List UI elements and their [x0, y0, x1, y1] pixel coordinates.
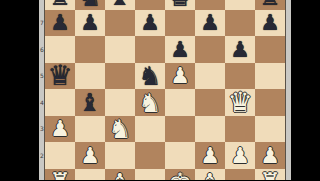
rank-label-4: 4 [39, 99, 45, 107]
square-f6[interactable] [195, 36, 225, 63]
square-e4[interactable] [165, 89, 195, 116]
square-c5[interactable] [105, 63, 135, 90]
video-frame: ♜♞♝♚♜♟♟♟♟♟♟♟♛♞♟♝♞♛♟♞♟♟♟♟♜♝♚♝♜ 765432 [0, 0, 320, 180]
black-q-icon: ♛ [47, 62, 72, 90]
white-p-a3-piece[interactable]: ♟ [45, 116, 75, 143]
square-b6[interactable] [75, 36, 105, 63]
black-p-icon: ♟ [170, 39, 190, 61]
square-d1[interactable] [135, 169, 165, 180]
white-k-icon: ♚ [168, 169, 192, 181]
black-p-e6-piece[interactable]: ♟ [165, 36, 195, 63]
square-c4[interactable] [105, 89, 135, 116]
black-p-b7-piece[interactable]: ♟ [75, 10, 105, 37]
square-g8[interactable] [225, 0, 255, 10]
square-a4[interactable] [45, 89, 75, 116]
square-g3[interactable] [225, 116, 255, 143]
white-r-a1-piece[interactable]: ♜ [45, 169, 75, 180]
rank-label-2: 2 [39, 152, 45, 160]
black-p-a7-piece[interactable]: ♟ [45, 10, 75, 37]
black-n-b8-piece[interactable]: ♞ [75, 0, 105, 10]
rank-label-6: 6 [39, 46, 45, 54]
black-n-icon: ♞ [78, 0, 101, 10]
black-p-d7-piece[interactable]: ♟ [135, 10, 165, 37]
white-p-h2-piece[interactable]: ♟ [255, 142, 285, 169]
white-b-f1-piece[interactable]: ♝ [195, 169, 225, 180]
black-k-icon: ♚ [168, 0, 192, 10]
black-n-d5-piece[interactable]: ♞ [135, 63, 165, 90]
square-f4[interactable] [195, 89, 225, 116]
white-n-d4-piece[interactable]: ♞ [135, 89, 165, 116]
black-b-c8-piece[interactable]: ♝ [105, 0, 135, 10]
rank-label-7: 7 [39, 19, 45, 27]
black-p-icon: ♟ [50, 12, 70, 34]
black-r-h8-piece[interactable]: ♜ [255, 0, 285, 10]
square-f5[interactable] [195, 63, 225, 90]
square-c6[interactable] [105, 36, 135, 63]
white-p-icon: ♟ [230, 145, 250, 167]
black-r-a8-piece[interactable]: ♜ [45, 0, 75, 10]
square-h4[interactable] [255, 89, 285, 116]
square-b1[interactable] [75, 169, 105, 180]
square-f8[interactable] [195, 0, 225, 10]
square-d2[interactable] [135, 142, 165, 169]
square-h3[interactable] [255, 116, 285, 143]
square-h5[interactable] [255, 63, 285, 90]
rank-label-5: 5 [39, 72, 45, 80]
black-n-icon: ♞ [138, 63, 161, 89]
square-d6[interactable] [135, 36, 165, 63]
square-b3[interactable] [75, 116, 105, 143]
white-q-icon: ♛ [227, 89, 252, 117]
square-d3[interactable] [135, 116, 165, 143]
white-q-g4-piece[interactable]: ♛ [225, 89, 255, 116]
white-b-c1-piece[interactable]: ♝ [105, 169, 135, 180]
white-n-icon: ♞ [138, 90, 161, 116]
black-r-icon: ♜ [259, 0, 281, 9]
black-q-a5-piece[interactable]: ♛ [45, 63, 75, 90]
black-k-e8-piece[interactable]: ♚ [165, 0, 195, 10]
square-g1[interactable] [225, 169, 255, 180]
white-r-icon: ♜ [259, 170, 281, 180]
board-margin-right [285, 0, 291, 180]
white-r-icon: ♜ [49, 170, 71, 180]
white-p-b2-piece[interactable]: ♟ [75, 142, 105, 169]
square-h6[interactable] [255, 36, 285, 63]
square-e7[interactable] [165, 10, 195, 37]
black-p-icon: ♟ [140, 12, 160, 34]
white-b-icon: ♝ [199, 170, 221, 181]
square-c7[interactable] [105, 10, 135, 37]
black-p-icon: ♟ [200, 12, 220, 34]
white-p-g2-piece[interactable]: ♟ [225, 142, 255, 169]
white-p-icon: ♟ [200, 145, 220, 167]
square-b5[interactable] [75, 63, 105, 90]
white-b-icon: ♝ [109, 170, 131, 181]
black-p-icon: ♟ [80, 12, 100, 34]
black-b-icon: ♝ [109, 0, 131, 9]
white-r-h1-piece[interactable]: ♜ [255, 169, 285, 180]
black-p-icon: ♟ [260, 12, 280, 34]
white-n-icon: ♞ [108, 116, 131, 142]
black-b-b4-piece[interactable]: ♝ [75, 89, 105, 116]
square-c2[interactable] [105, 142, 135, 169]
white-p-icon: ♟ [50, 118, 70, 140]
black-r-icon: ♜ [49, 0, 71, 9]
black-p-g6-piece[interactable]: ♟ [225, 36, 255, 63]
square-f3[interactable] [195, 116, 225, 143]
white-k-e1-piece[interactable]: ♚ [165, 169, 195, 180]
white-p-icon: ♟ [170, 65, 190, 87]
chess-board[interactable]: ♜♞♝♚♜♟♟♟♟♟♟♟♛♞♟♝♞♛♟♞♟♟♟♟♜♝♚♝♜ [45, 0, 285, 180]
white-p-f2-piece[interactable]: ♟ [195, 142, 225, 169]
black-p-icon: ♟ [230, 39, 250, 61]
white-n-c3-piece[interactable]: ♞ [105, 116, 135, 143]
black-p-h7-piece[interactable]: ♟ [255, 10, 285, 37]
square-d8[interactable] [135, 0, 165, 10]
square-e2[interactable] [165, 142, 195, 169]
white-p-icon: ♟ [80, 145, 100, 167]
rank-label-3: 3 [39, 125, 45, 133]
black-b-icon: ♝ [79, 90, 101, 115]
square-g7[interactable] [225, 10, 255, 37]
square-e3[interactable] [165, 116, 195, 143]
square-a2[interactable] [45, 142, 75, 169]
white-p-e5-piece[interactable]: ♟ [165, 63, 195, 90]
white-p-icon: ♟ [260, 145, 280, 167]
black-p-f7-piece[interactable]: ♟ [195, 10, 225, 37]
